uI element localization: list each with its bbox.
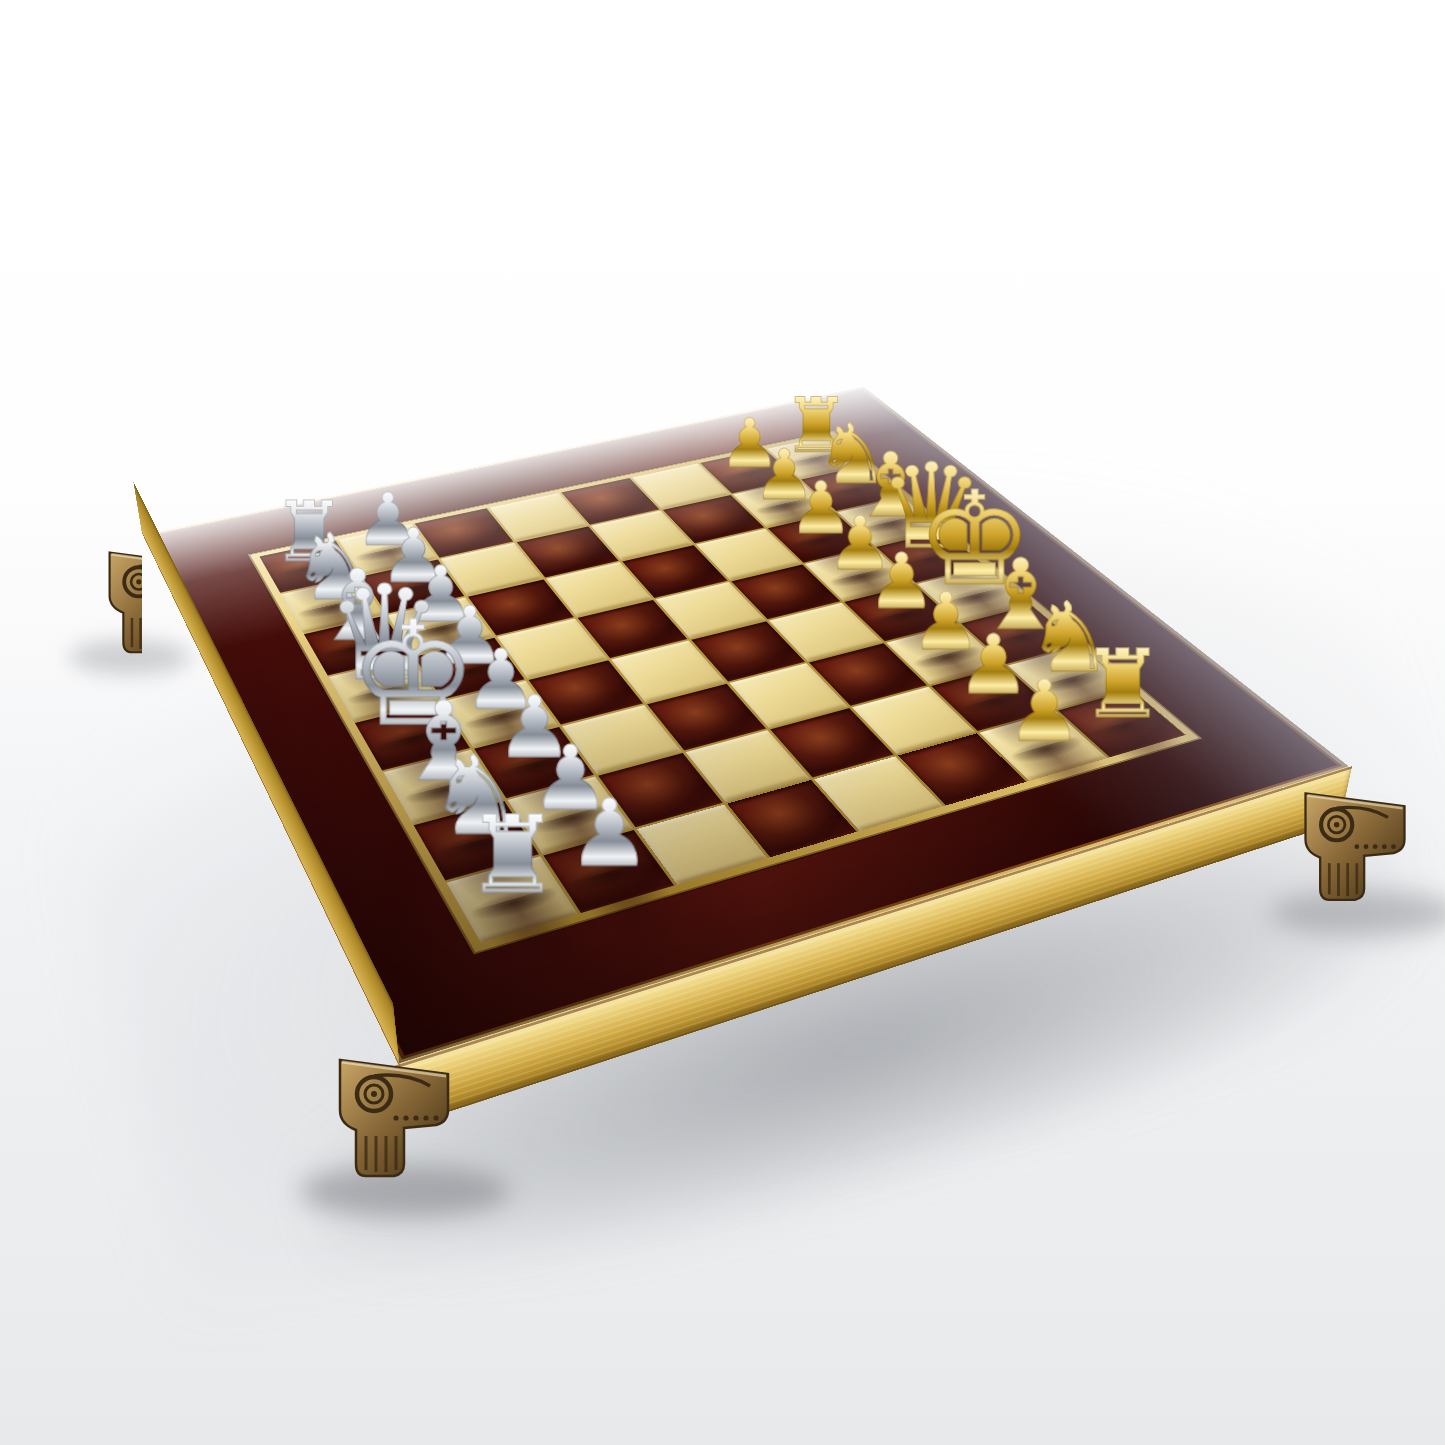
square-h1[interactable]: ♜: [447, 856, 578, 942]
scene: ♜♟♟♜♞♟♟♞♝♟♟♝♛♟♟♛♚♟♟♚♝♟♟♝♞♟♟♞♜♟♟♜: [0, 0, 1445, 1445]
silver-piece-glyph: ♜: [416, 808, 609, 906]
product-photo-canvas: { "game": "chess", "position": { "fen": …: [0, 0, 1445, 1445]
right-corner-foot-icon: [1300, 784, 1410, 902]
chessboard: ♜♟♟♜♞♟♟♞♝♟♟♝♛♟♟♛♚♟♟♚♝♟♟♝♞♟♟♞♜♟♟♜: [143, 387, 1349, 1064]
gold-piece-glyph: ♟: [958, 674, 1132, 752]
far-corner-foot-icon: [104, 544, 142, 654]
near-corner-foot-icon: [334, 1050, 454, 1178]
